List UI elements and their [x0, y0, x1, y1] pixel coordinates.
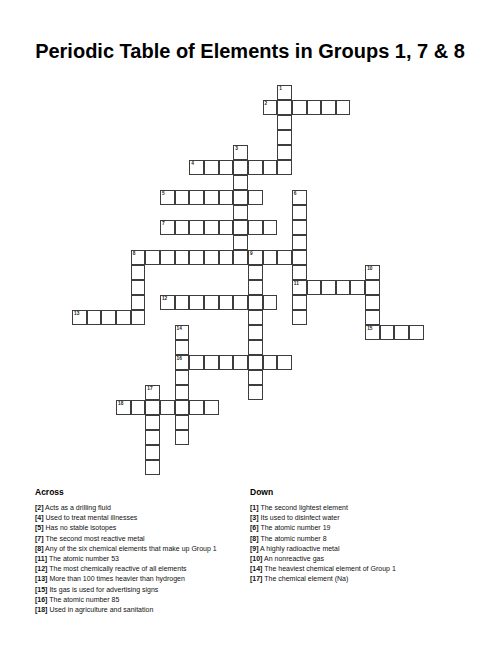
crossword-cell[interactable]: 6: [292, 190, 307, 205]
crossword-cell[interactable]: [409, 325, 424, 340]
crossword-cell[interactable]: [189, 400, 204, 415]
crossword-cell[interactable]: [189, 220, 204, 235]
crossword-cell[interactable]: 10: [365, 265, 380, 280]
crossword-cell[interactable]: 17: [145, 385, 160, 400]
crossword-cell[interactable]: [219, 295, 234, 310]
crossword-cell[interactable]: [219, 190, 234, 205]
crossword-cell[interactable]: 9: [248, 250, 263, 265]
crossword-cell[interactable]: [292, 310, 307, 325]
crossword-cell[interactable]: [263, 160, 278, 175]
crossword-cell[interactable]: [365, 310, 380, 325]
crossword-cell[interactable]: 16: [175, 355, 190, 370]
clue-item: [1] The second lightest element: [250, 503, 465, 513]
cell-number: 14: [177, 327, 182, 332]
crossword-cell[interactable]: [365, 295, 380, 310]
crossword-cell[interactable]: [394, 325, 409, 340]
crossword-cell[interactable]: [204, 190, 219, 205]
clue-item: [14] The heaviest chemical element of Gr…: [250, 564, 465, 574]
crossword-grid: 123456789101112131415161718: [72, 85, 424, 475]
crossword-cell[interactable]: [233, 205, 248, 220]
crossword-cell[interactable]: [204, 160, 219, 175]
clue-item: [3] Its used to disinfect water: [250, 513, 465, 523]
crossword-cell[interactable]: [116, 310, 131, 325]
crossword-cell[interactable]: [175, 400, 190, 415]
crossword-cell[interactable]: [277, 145, 292, 160]
crossword-cell[interactable]: [131, 400, 146, 415]
crossword-cell[interactable]: [248, 220, 263, 235]
crossword-cell[interactable]: [248, 370, 263, 385]
crossword-cell[interactable]: 3: [233, 145, 248, 160]
cell-number: 5: [162, 192, 165, 197]
crossword-cell[interactable]: 11: [292, 280, 307, 295]
crossword-cell[interactable]: 14: [175, 325, 190, 340]
crossword-cell[interactable]: [248, 355, 263, 370]
crossword-cell[interactable]: [365, 280, 380, 295]
cell-number: 9: [250, 252, 253, 257]
crossword-cell[interactable]: [380, 325, 395, 340]
cell-number: 16: [177, 357, 182, 362]
crossword-cell[interactable]: [145, 460, 160, 475]
clue-item: [15] Its gas is used for advertising sig…: [35, 585, 245, 595]
crossword-cell[interactable]: [189, 295, 204, 310]
crossword-cell[interactable]: [131, 310, 146, 325]
crossword-cell[interactable]: [277, 355, 292, 370]
crossword-cell[interactable]: [233, 175, 248, 190]
clue-item: [12] The most chemically reactive of all…: [35, 564, 245, 574]
crossword-cell[interactable]: [248, 340, 263, 355]
clue-item: [4] Used to treat mental illnesses: [35, 513, 245, 523]
crossword-cell[interactable]: [248, 280, 263, 295]
crossword-cell[interactable]: [219, 220, 234, 235]
clue-item: [13] More than 100 times heavier than hy…: [35, 574, 245, 584]
crossword-cell[interactable]: 15: [365, 325, 380, 340]
crossword-cell[interactable]: [189, 355, 204, 370]
down-clue-items: [1] The second lightest element[3] Its u…: [250, 503, 465, 585]
crossword-cell[interactable]: [204, 355, 219, 370]
crossword-cell[interactable]: [204, 400, 219, 415]
crossword-cell[interactable]: [350, 280, 365, 295]
clue-item: [8] The atomic number 8: [250, 534, 465, 544]
crossword-cell[interactable]: [160, 400, 175, 415]
clue-item: [11] The atomic number 53: [35, 554, 245, 564]
crossword-cell[interactable]: [145, 400, 160, 415]
cell-number: 10: [367, 267, 372, 272]
cell-number: 12: [162, 297, 167, 302]
cell-number: 3: [235, 147, 238, 152]
crossword-cell[interactable]: [277, 160, 292, 175]
crossword-cell[interactable]: [277, 100, 292, 115]
page-title: Periodic Table of Elements in Groups 1, …: [0, 40, 500, 63]
crossword-cell[interactable]: [292, 205, 307, 220]
crossword-cell[interactable]: [175, 430, 190, 445]
crossword-cell[interactable]: [175, 415, 190, 430]
crossword-cell[interactable]: [87, 310, 102, 325]
clue-item: [5] Has no stable isotopes: [35, 523, 245, 533]
clue-item: [10] An nonreactive gas: [250, 554, 465, 564]
crossword-cell[interactable]: [263, 250, 278, 265]
crossword-cell[interactable]: [204, 220, 219, 235]
crossword-cell[interactable]: [175, 370, 190, 385]
crossword-cell[interactable]: [145, 415, 160, 430]
crossword-cell[interactable]: [277, 115, 292, 130]
crossword-cell[interactable]: [233, 355, 248, 370]
crossword-cell[interactable]: 18: [116, 400, 131, 415]
clue-item: [8] Any of the six chemical elements tha…: [35, 544, 245, 554]
crossword-cell[interactable]: [248, 265, 263, 280]
crossword-cell[interactable]: 13: [72, 310, 87, 325]
crossword-cell[interactable]: [292, 235, 307, 250]
crossword-cell[interactable]: 4: [189, 160, 204, 175]
clue-item: [16] The atomic number 85: [35, 595, 245, 605]
crossword-cell[interactable]: [336, 100, 351, 115]
crossword-cell[interactable]: [204, 250, 219, 265]
down-header: Down: [250, 488, 465, 497]
across-clue-list: Across [2] Acts as a drilling fluid[4] U…: [35, 488, 245, 615]
crossword-cell[interactable]: [233, 295, 248, 310]
crossword-cell[interactable]: [277, 250, 292, 265]
crossword-cell[interactable]: [233, 250, 248, 265]
crossword-cell[interactable]: [189, 190, 204, 205]
crossword-cell[interactable]: [263, 355, 278, 370]
crossword-cell[interactable]: [189, 250, 204, 265]
crossword-cell[interactable]: [336, 280, 351, 295]
crossword-cell[interactable]: [248, 160, 263, 175]
cell-number: 15: [367, 327, 372, 332]
crossword-cell[interactable]: [219, 250, 234, 265]
crossword-cell[interactable]: [292, 220, 307, 235]
clue-item: [9] A highly radioactive metal: [250, 544, 465, 554]
crossword-cell[interactable]: [175, 340, 190, 355]
crossword-cell[interactable]: [145, 250, 160, 265]
crossword-cell[interactable]: [145, 430, 160, 445]
crossword-cell[interactable]: [292, 250, 307, 265]
crossword-cell[interactable]: [131, 295, 146, 310]
crossword-cell[interactable]: [263, 220, 278, 235]
crossword-cell[interactable]: [248, 190, 263, 205]
crossword-cell[interactable]: 8: [131, 250, 146, 265]
crossword-cell[interactable]: [233, 190, 248, 205]
crossword-cell[interactable]: [219, 355, 234, 370]
crossword-cell[interactable]: 1: [277, 85, 292, 100]
cell-number: 13: [74, 312, 79, 317]
cell-number: 18: [118, 402, 123, 407]
clue-item: [6] The atomic number 19: [250, 523, 465, 533]
crossword-cell[interactable]: [175, 190, 190, 205]
across-clue-items: [2] Acts as a drilling fluid[4] Used to …: [35, 503, 245, 615]
cell-number: 7: [162, 222, 165, 227]
crossword-cell[interactable]: [248, 310, 263, 325]
crossword-cell[interactable]: [219, 160, 234, 175]
crossword-cell[interactable]: [233, 235, 248, 250]
clue-item: [2] Acts as a drilling fluid: [35, 503, 245, 513]
across-header: Across: [35, 488, 245, 497]
crossword-cell[interactable]: [321, 100, 336, 115]
crossword-cell[interactable]: [160, 250, 175, 265]
crossword-cell[interactable]: [145, 445, 160, 460]
cell-number: 4: [191, 162, 194, 167]
crossword-cell[interactable]: [175, 220, 190, 235]
crossword-cell[interactable]: [307, 100, 322, 115]
clue-item: [17] The chemical element (Na): [250, 574, 465, 584]
crossword-cell[interactable]: [321, 280, 336, 295]
cell-number: 8: [133, 252, 136, 257]
crossword-cell[interactable]: [233, 160, 248, 175]
crossword-cell[interactable]: 5: [160, 190, 175, 205]
clue-item: [18] Used in agriculture and sanitation: [35, 605, 245, 615]
crossword-cell[interactable]: [263, 295, 278, 310]
crossword-cell[interactable]: [175, 295, 190, 310]
crossword-cell[interactable]: [204, 295, 219, 310]
crossword-cell[interactable]: [248, 325, 263, 340]
cell-number: 2: [265, 102, 268, 107]
crossword-cell[interactable]: [292, 295, 307, 310]
crossword-cell[interactable]: [175, 385, 190, 400]
crossword-cell[interactable]: [277, 130, 292, 145]
crossword-cell[interactable]: [131, 265, 146, 280]
crossword-cell[interactable]: [131, 280, 146, 295]
crossword-cell[interactable]: 12: [160, 295, 175, 310]
crossword-cell[interactable]: [248, 385, 263, 400]
crossword-cell[interactable]: [248, 295, 263, 310]
crossword-cell[interactable]: [233, 220, 248, 235]
cell-number: 17: [147, 387, 152, 392]
crossword-cell[interactable]: [292, 100, 307, 115]
crossword-cell[interactable]: [175, 250, 190, 265]
crossword-cell[interactable]: [101, 310, 116, 325]
crossword-cell[interactable]: [307, 280, 322, 295]
cell-number: 11: [294, 282, 299, 287]
down-clue-list: Down [1] The second lightest element[3] …: [250, 488, 465, 585]
clue-item: [7] The second most reactive metal: [35, 534, 245, 544]
crossword-cell[interactable]: 7: [160, 220, 175, 235]
crossword-cell[interactable]: [292, 265, 307, 280]
cell-number: 1: [279, 87, 282, 92]
cell-number: 6: [294, 192, 297, 197]
crossword-cell[interactable]: 2: [263, 100, 278, 115]
